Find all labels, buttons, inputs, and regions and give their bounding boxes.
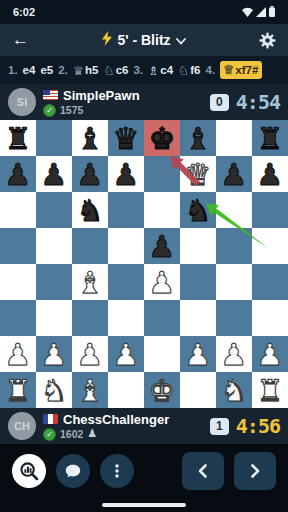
verified-badge-icon: ✓ bbox=[43, 428, 56, 441]
piece-figurine-icon: ♗ bbox=[148, 63, 159, 78]
square-g6[interactable] bbox=[216, 192, 252, 228]
square-h8[interactable]: ♜ bbox=[252, 120, 288, 156]
verified-badge-icon: ✓ bbox=[43, 104, 56, 117]
square-c5[interactable] bbox=[72, 228, 108, 264]
vertical-ellipsis-icon bbox=[108, 462, 126, 480]
player-info: SimplePawn ✓ 1575 bbox=[43, 88, 203, 117]
piece-figurine-icon: ♘ bbox=[103, 63, 114, 78]
black-pawn-h7[interactable]: ♟ bbox=[252, 156, 288, 192]
gear-icon bbox=[259, 32, 276, 49]
black-king-e8[interactable]: ♚ bbox=[144, 120, 180, 156]
white-rook-h1[interactable]: ♜ bbox=[252, 372, 288, 408]
square-f2[interactable]: ♟ bbox=[180, 336, 216, 372]
status-clock: 6:02 bbox=[13, 6, 35, 18]
square-d7[interactable]: ♟ bbox=[108, 156, 144, 192]
square-h1[interactable]: ♜ bbox=[252, 372, 288, 408]
avatar[interactable]: SI bbox=[8, 88, 36, 116]
square-c3[interactable] bbox=[72, 300, 108, 336]
square-f7[interactable]: ♛ bbox=[180, 156, 216, 192]
more-options-button[interactable] bbox=[100, 454, 134, 488]
square-f1[interactable] bbox=[180, 372, 216, 408]
piece-figurine-icon: ♕ bbox=[73, 63, 84, 78]
chevron-left-icon bbox=[195, 462, 211, 480]
material-score-badge: 1 bbox=[210, 418, 229, 435]
move[interactable]: ♗c4 bbox=[148, 63, 173, 78]
square-f4[interactable] bbox=[180, 264, 216, 300]
square-b5[interactable] bbox=[36, 228, 72, 264]
move-list: 1.e4e52.♕h5♘c63.♗c4♘f64.♕xf7# bbox=[0, 56, 288, 84]
square-f5[interactable] bbox=[180, 228, 216, 264]
square-g2[interactable]: ♟ bbox=[216, 336, 252, 372]
black-rook-a8[interactable]: ♜ bbox=[0, 120, 36, 156]
white-king-e1[interactable]: ♚ bbox=[144, 372, 180, 408]
white-pawn-b2[interactable]: ♟ bbox=[36, 336, 72, 372]
square-b3[interactable] bbox=[36, 300, 72, 336]
previous-move-button[interactable] bbox=[182, 452, 224, 490]
square-d3[interactable] bbox=[108, 300, 144, 336]
square-b4[interactable] bbox=[36, 264, 72, 300]
move[interactable]: e4 bbox=[23, 64, 36, 76]
user-clock: 4:56 bbox=[236, 414, 280, 438]
square-h4[interactable] bbox=[252, 264, 288, 300]
app-screen: 6:02 ← 5' - Blitz bbox=[0, 0, 288, 512]
move-number: 1. bbox=[8, 64, 18, 76]
chevron-down-icon bbox=[176, 31, 186, 49]
square-d5[interactable] bbox=[108, 228, 144, 264]
move[interactable]: ♕h5 bbox=[73, 63, 99, 78]
white-queen-f7[interactable]: ♛ bbox=[180, 156, 216, 192]
black-pawn-c7[interactable]: ♟ bbox=[72, 156, 108, 192]
square-c2[interactable]: ♟ bbox=[72, 336, 108, 372]
square-a4[interactable] bbox=[0, 264, 36, 300]
square-g1[interactable]: ♞ bbox=[216, 372, 252, 408]
player-name: SimplePawn bbox=[63, 88, 140, 103]
material-score-badge: 0 bbox=[210, 94, 229, 111]
status-bar: 6:02 bbox=[0, 0, 288, 24]
black-pawn-g7[interactable]: ♟ bbox=[216, 156, 252, 192]
home-indicator[interactable] bbox=[102, 503, 186, 507]
player-info: ChessChallenger ✓ 1602 ♟ bbox=[43, 412, 203, 441]
square-d1[interactable] bbox=[108, 372, 144, 408]
square-f8[interactable]: ♝ bbox=[180, 120, 216, 156]
player-rating: 1602 bbox=[60, 428, 83, 440]
square-g8[interactable] bbox=[216, 120, 252, 156]
square-g5[interactable] bbox=[216, 228, 252, 264]
square-d8[interactable]: ♛ bbox=[108, 120, 144, 156]
white-pawn-a2[interactable]: ♟ bbox=[0, 336, 36, 372]
last-move[interactable]: ♕xf7# bbox=[220, 61, 262, 79]
white-pawn-e4[interactable]: ♟ bbox=[144, 264, 180, 300]
white-bishop-c1[interactable]: ♝ bbox=[72, 372, 108, 408]
black-pawn-b7[interactable]: ♟ bbox=[36, 156, 72, 192]
square-g4[interactable] bbox=[216, 264, 252, 300]
move[interactable]: ♘c6 bbox=[103, 63, 128, 78]
square-c6[interactable]: ♞ bbox=[72, 192, 108, 228]
square-a7[interactable]: ♟ bbox=[0, 156, 36, 192]
piece-figurine-icon: ♘ bbox=[178, 63, 189, 78]
square-c7[interactable]: ♟ bbox=[72, 156, 108, 192]
opponent-player-row: SI SimplePawn ✓ 1575 0 4:54 bbox=[0, 84, 288, 120]
square-d6[interactable] bbox=[108, 192, 144, 228]
square-e8[interactable]: ♚ bbox=[144, 120, 180, 156]
captured-pawn-icon: ♟ bbox=[87, 429, 97, 439]
chat-bubble-icon bbox=[64, 462, 82, 480]
black-pawn-d7[interactable]: ♟ bbox=[108, 156, 144, 192]
square-a2[interactable]: ♟ bbox=[0, 336, 36, 372]
square-b1[interactable]: ♞ bbox=[36, 372, 72, 408]
square-a8[interactable]: ♜ bbox=[0, 120, 36, 156]
square-e3[interactable] bbox=[144, 300, 180, 336]
square-g7[interactable]: ♟ bbox=[216, 156, 252, 192]
white-rook-a1[interactable]: ♜ bbox=[0, 372, 36, 408]
white-knight-b1[interactable]: ♞ bbox=[36, 372, 72, 408]
black-knight-c6[interactable]: ♞ bbox=[72, 192, 108, 228]
square-c8[interactable]: ♝ bbox=[72, 120, 108, 156]
square-b2[interactable]: ♟ bbox=[36, 336, 72, 372]
battery-icon bbox=[269, 3, 275, 21]
white-pawn-c2[interactable]: ♟ bbox=[72, 336, 108, 372]
square-c1[interactable]: ♝ bbox=[72, 372, 108, 408]
us-flag-icon bbox=[43, 90, 58, 100]
black-pawn-e5[interactable]: ♟ bbox=[144, 228, 180, 264]
square-b8[interactable] bbox=[36, 120, 72, 156]
square-a1[interactable]: ♜ bbox=[0, 372, 36, 408]
white-pawn-g2[interactable]: ♟ bbox=[216, 336, 252, 372]
next-move-button[interactable] bbox=[234, 452, 276, 490]
white-pawn-h2[interactable]: ♟ bbox=[252, 336, 288, 372]
game-mode-title: 5' - Blitz bbox=[117, 32, 170, 48]
user-player-row: CH ChessChallenger ✓ 1602 ♟ 1 4:56 bbox=[0, 408, 288, 444]
square-a5[interactable] bbox=[0, 228, 36, 264]
square-h5[interactable] bbox=[252, 228, 288, 264]
square-e6[interactable] bbox=[144, 192, 180, 228]
move-number: 4. bbox=[206, 64, 216, 76]
square-e5[interactable]: ♟ bbox=[144, 228, 180, 264]
avatar[interactable]: CH bbox=[8, 412, 36, 440]
square-a6[interactable] bbox=[0, 192, 36, 228]
square-b6[interactable] bbox=[36, 192, 72, 228]
opponent-clock: 4:54 bbox=[236, 90, 280, 114]
black-queen-d8[interactable]: ♛ bbox=[108, 120, 144, 156]
chat-button[interactable] bbox=[56, 454, 90, 488]
square-h2[interactable]: ♟ bbox=[252, 336, 288, 372]
piece-figurine-icon: ♕ bbox=[223, 62, 234, 77]
square-g3[interactable] bbox=[216, 300, 252, 336]
black-bishop-f8[interactable]: ♝ bbox=[180, 120, 216, 156]
square-h7[interactable]: ♟ bbox=[252, 156, 288, 192]
app-header: ← 5' - Blitz bbox=[0, 24, 288, 56]
square-e1[interactable]: ♚ bbox=[144, 372, 180, 408]
game-mode-dropdown[interactable]: 5' - Blitz bbox=[36, 31, 252, 50]
square-h6[interactable] bbox=[252, 192, 288, 228]
bottom-controls bbox=[0, 444, 288, 512]
chevron-right-icon bbox=[247, 462, 263, 480]
cellular-signal-icon bbox=[256, 3, 266, 21]
square-e4[interactable]: ♟ bbox=[144, 264, 180, 300]
square-e7[interactable] bbox=[144, 156, 180, 192]
square-h3[interactable] bbox=[252, 300, 288, 336]
black-bishop-c8[interactable]: ♝ bbox=[72, 120, 108, 156]
square-d2[interactable]: ♟ bbox=[108, 336, 144, 372]
square-e2[interactable] bbox=[144, 336, 180, 372]
square-b7[interactable]: ♟ bbox=[36, 156, 72, 192]
square-c4[interactable]: ♝ bbox=[72, 264, 108, 300]
settings-button[interactable] bbox=[252, 32, 276, 49]
white-pawn-d2[interactable]: ♟ bbox=[108, 336, 144, 372]
move[interactable]: ♘f6 bbox=[178, 63, 200, 78]
square-d4[interactable] bbox=[108, 264, 144, 300]
black-rook-h8[interactable]: ♜ bbox=[252, 120, 288, 156]
square-f6[interactable]: ♞ bbox=[180, 192, 216, 228]
back-arrow-icon[interactable]: ← bbox=[12, 30, 36, 50]
white-knight-g1[interactable]: ♞ bbox=[216, 372, 252, 408]
france-flag-icon bbox=[43, 414, 58, 424]
status-icons bbox=[242, 3, 275, 21]
wifi-icon bbox=[242, 3, 253, 21]
move-number: 3. bbox=[133, 64, 143, 76]
game-analysis-button[interactable] bbox=[12, 454, 46, 488]
square-f3[interactable] bbox=[180, 300, 216, 336]
move-number: 2. bbox=[58, 64, 68, 76]
player-name: ChessChallenger bbox=[63, 412, 169, 427]
white-bishop-c4[interactable]: ♝ bbox=[72, 264, 108, 300]
lightning-bolt-icon bbox=[102, 31, 112, 50]
black-pawn-a7[interactable]: ♟ bbox=[0, 156, 36, 192]
move[interactable]: e5 bbox=[40, 64, 53, 76]
white-pawn-f2[interactable]: ♟ bbox=[180, 336, 216, 372]
chess-board: ♜♝♛♚♝♜♟♟♟♟♛♟♟♞♞♟♝♟♟♟♟♟♟♟♟♜♞♝♚♞♜ bbox=[0, 120, 288, 408]
player-rating: 1575 bbox=[60, 104, 83, 116]
black-knight-f6[interactable]: ♞ bbox=[180, 192, 216, 228]
analysis-magnifier-icon bbox=[19, 461, 39, 481]
square-a3[interactable] bbox=[0, 300, 36, 336]
